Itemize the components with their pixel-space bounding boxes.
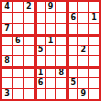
given-digit: 1 [48, 37, 54, 45]
sudoku-cell-given[interactable]: 8 [2, 56, 12, 66]
sudoku-cell-empty[interactable] [13, 89, 23, 99]
sudoku-cell-empty[interactable] [78, 56, 88, 66]
sudoku-cell-empty[interactable] [46, 67, 56, 77]
sudoku-cell-empty[interactable] [67, 35, 77, 45]
given-digit: 5 [38, 46, 44, 54]
given-digit: 7 [4, 25, 10, 33]
sudoku-cell-empty[interactable] [78, 24, 88, 34]
sudoku-cell-empty[interactable] [78, 78, 88, 88]
sudoku-cell-empty[interactable] [89, 67, 99, 77]
sudoku-cell-empty[interactable] [35, 13, 45, 23]
sudoku-cell-empty[interactable] [2, 78, 12, 88]
sudoku-cell-empty[interactable] [89, 2, 99, 12]
sudoku-cell-empty[interactable] [46, 13, 56, 23]
sudoku-cell-empty[interactable] [24, 78, 34, 88]
sudoku-cell-empty[interactable] [67, 2, 77, 12]
sudoku-cell-given[interactable]: 4 [2, 2, 12, 12]
sudoku-cell-empty[interactable] [78, 67, 88, 77]
given-digit: 2 [26, 3, 32, 11]
given-digit: 9 [48, 3, 54, 11]
sudoku-cell-empty[interactable] [24, 56, 34, 66]
given-digit: 8 [4, 57, 10, 65]
given-digit: 6 [15, 37, 21, 45]
sudoku-cell-empty[interactable] [24, 24, 34, 34]
sudoku-cell-empty[interactable] [89, 46, 99, 56]
sudoku-cell-empty[interactable] [2, 13, 12, 23]
sudoku-cell-given[interactable]: 1 [46, 35, 56, 45]
sudoku-cell-given[interactable]: 6 [13, 35, 23, 45]
sudoku-cell-empty[interactable] [56, 35, 66, 45]
given-digit: 8 [59, 69, 65, 77]
sudoku-cell-given[interactable]: 9 [46, 2, 56, 12]
given-digit: 1 [38, 69, 44, 77]
sudoku-cell-given[interactable]: 8 [56, 67, 66, 77]
given-digit: 4 [4, 3, 10, 11]
sudoku-cell-empty[interactable] [46, 56, 56, 66]
sudoku-cell-empty[interactable] [56, 13, 66, 23]
sudoku-cell-empty[interactable] [46, 46, 56, 56]
sudoku-cell-given[interactable]: 5 [67, 78, 77, 88]
given-digit: 2 [80, 46, 86, 54]
sudoku-cell-given[interactable]: 5 [35, 46, 45, 56]
sudoku-cell-empty[interactable] [13, 24, 23, 34]
sudoku-cell-empty[interactable] [67, 24, 77, 34]
sudoku-cell-empty[interactable] [35, 35, 45, 45]
sudoku-cell-empty[interactable] [78, 35, 88, 45]
sudoku-cell-empty[interactable] [13, 56, 23, 66]
sudoku-cell-empty[interactable] [89, 56, 99, 66]
sudoku-cell-given[interactable]: 2 [78, 46, 88, 56]
sudoku-cell-empty[interactable] [56, 2, 66, 12]
sudoku-cell-empty[interactable] [46, 24, 56, 34]
sudoku-cell-empty[interactable] [13, 46, 23, 56]
sudoku-cell-given[interactable]: 9 [78, 89, 88, 99]
sudoku-cell-empty[interactable] [13, 67, 23, 77]
sudoku-cell-empty[interactable] [56, 78, 66, 88]
sudoku-cell-empty[interactable] [67, 89, 77, 99]
sudoku-cell-empty[interactable] [56, 46, 66, 56]
sudoku-cell-empty[interactable] [89, 24, 99, 34]
sudoku-cell-empty[interactable] [46, 89, 56, 99]
given-digit: 5 [70, 79, 76, 87]
sudoku-cell-given[interactable]: 6 [67, 13, 77, 23]
given-digit: 1 [91, 14, 97, 22]
sudoku-cell-empty[interactable] [2, 35, 12, 45]
sudoku-cell-empty[interactable] [89, 35, 99, 45]
sudoku-cell-empty[interactable] [24, 67, 34, 77]
sudoku-cell-empty[interactable] [24, 46, 34, 56]
sudoku-cell-empty[interactable] [35, 56, 45, 66]
sudoku-cell-empty[interactable] [24, 13, 34, 23]
sudoku-cell-empty[interactable] [13, 2, 23, 12]
sudoku-cell-empty[interactable] [35, 24, 45, 34]
sudoku-cell-empty[interactable] [89, 78, 99, 88]
sudoku-cell-empty[interactable] [13, 13, 23, 23]
sudoku-cell-empty[interactable] [24, 35, 34, 45]
sudoku-cell-empty[interactable] [56, 56, 66, 66]
sudoku-board: 42961761528186539 [0, 0, 101, 101]
sudoku-cell-empty[interactable] [2, 46, 12, 56]
given-digit: 9 [80, 90, 86, 98]
sudoku-cell-empty[interactable] [2, 67, 12, 77]
sudoku-cell-given[interactable]: 7 [2, 24, 12, 34]
sudoku-cell-given[interactable]: 1 [89, 13, 99, 23]
sudoku-cell-empty[interactable] [46, 78, 56, 88]
sudoku-cell-given[interactable]: 6 [35, 78, 45, 88]
sudoku-cell-empty[interactable] [35, 89, 45, 99]
sudoku-cell-empty[interactable] [24, 89, 34, 99]
sudoku-cell-empty[interactable] [78, 2, 88, 12]
sudoku-cell-empty[interactable] [67, 67, 77, 77]
sudoku-cell-empty[interactable] [78, 13, 88, 23]
given-digit: 6 [38, 79, 44, 87]
sudoku-cell-empty[interactable] [89, 89, 99, 99]
sudoku-cell-empty[interactable] [67, 56, 77, 66]
given-digit: 3 [4, 90, 10, 98]
sudoku-cell-empty[interactable] [67, 46, 77, 56]
given-digit: 6 [70, 14, 76, 22]
sudoku-cell-empty[interactable] [56, 24, 66, 34]
sudoku-cell-empty[interactable] [35, 2, 45, 12]
sudoku-cell-given[interactable]: 1 [35, 67, 45, 77]
sudoku-cell-given[interactable]: 2 [24, 2, 34, 12]
sudoku-cell-empty[interactable] [56, 89, 66, 99]
sudoku-cell-given[interactable]: 3 [2, 89, 12, 99]
sudoku-cell-empty[interactable] [13, 78, 23, 88]
